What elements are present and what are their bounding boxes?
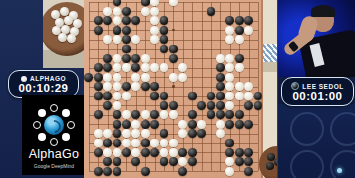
grid-line-v [183, 2, 184, 171]
black-go-stone [94, 73, 103, 82]
black-go-stone [169, 157, 178, 166]
white-go-stone [225, 101, 234, 110]
table-strip [263, 0, 278, 178]
white-go-stone [113, 73, 122, 82]
white-go-stone [178, 63, 187, 72]
white-go-stone [150, 63, 159, 72]
white-go-stone [103, 7, 112, 16]
striped-paper [263, 44, 278, 62]
black-go-stone [131, 110, 140, 119]
white-go-stone [225, 92, 234, 101]
logo-ring-circle [50, 138, 58, 146]
black-go-stone [131, 16, 140, 25]
black-go-stone [94, 110, 103, 119]
left-panel: ALPHAGO 00:10:29 AlphaGo Google DeepMind [0, 0, 85, 178]
black-go-stone [141, 82, 150, 91]
black-go-stone [113, 110, 122, 119]
logo-ring-circle [62, 133, 70, 141]
black-stone-icon [291, 82, 299, 90]
white-go-stone [225, 63, 234, 72]
white-go-stone [169, 139, 178, 148]
white-go-stone [141, 129, 150, 138]
black-go-stone [188, 110, 197, 119]
lee-sedol-badge: LEE SEDOL 00:01:00 [281, 77, 354, 106]
white-go-stone [103, 35, 112, 44]
alphago-swirl-icon [44, 115, 64, 135]
black-go-stone [197, 101, 206, 110]
black-go-stone [94, 167, 103, 176]
black-go-stone [225, 16, 234, 25]
black-go-stone [113, 167, 122, 176]
white-go-stone [160, 63, 169, 72]
black-go-stone [244, 16, 253, 25]
white-go-stone [150, 139, 159, 148]
white-stone-icon [21, 76, 27, 82]
white-go-stone [122, 63, 131, 72]
black-go-stone [113, 120, 122, 129]
black-go-stone [94, 148, 103, 157]
black-go-stone [141, 120, 150, 129]
black-go-stone [94, 16, 103, 25]
white-go-stone [178, 73, 187, 82]
white-go-stone [244, 82, 253, 91]
black-go-stone [207, 7, 216, 16]
white-go-stone [235, 63, 244, 72]
grid-line-v [192, 2, 193, 171]
alphago-logo: AlphaGo Google DeepMind [22, 95, 86, 175]
logo-ring-circle [67, 121, 75, 129]
white-go-stone [141, 63, 150, 72]
white-go-stone [113, 35, 122, 44]
black-go-stone [178, 167, 187, 176]
white-go-stone [131, 129, 140, 138]
white-go-stone [122, 92, 131, 101]
lee-sedol-clock: 00:01:00 [292, 90, 342, 102]
white-go-stone [160, 139, 169, 148]
black-go-stone [103, 54, 112, 63]
black-go-stone [160, 157, 169, 166]
black-go-stone [94, 26, 103, 35]
black-go-stone [160, 45, 169, 54]
black-go-stone [150, 120, 159, 129]
black-go-stone [235, 110, 244, 119]
black-go-stone [244, 167, 253, 176]
white-go-stone [178, 120, 187, 129]
black-go-stone [84, 73, 93, 82]
white-go-stone [150, 35, 159, 44]
black-go-stone [188, 148, 197, 157]
black-go-stone [235, 16, 244, 25]
black-go-stone [113, 157, 122, 166]
black-go-stone [225, 120, 234, 129]
white-go-stone [235, 92, 244, 101]
white-go-stone [150, 26, 159, 35]
white-go-stone [235, 35, 244, 44]
black-go-stone [160, 129, 169, 138]
alphago-badge: ALPHAGO 00:10:29 [8, 70, 79, 98]
black-go-stone [244, 157, 253, 166]
white-go-stone [225, 54, 234, 63]
black-go-stone [169, 54, 178, 63]
black-go-stone [207, 92, 216, 101]
white-go-stone [131, 73, 140, 82]
black-go-stone [150, 92, 159, 101]
black-go-stone [216, 110, 225, 119]
black-go-stone [216, 101, 225, 110]
logo-ring-circle [50, 104, 58, 112]
black-go-stone [188, 129, 197, 138]
white-go-stone [225, 73, 234, 82]
black-stone [266, 162, 274, 170]
deco-circle [330, 150, 355, 178]
lee-sedol-video-feed [278, 0, 355, 77]
grid-line-v [202, 2, 203, 171]
white-go-stone [216, 120, 225, 129]
white-go-stone [113, 16, 122, 25]
white-go-stone [225, 35, 234, 44]
black-go-stone [103, 101, 112, 110]
white-go-stone [178, 157, 187, 166]
white-go-stone [103, 82, 112, 91]
white-go-stone [103, 129, 112, 138]
white-go-stone [141, 54, 150, 63]
white-go-stone [225, 167, 234, 176]
black-go-stone [103, 167, 112, 176]
white-go-stone [131, 35, 140, 44]
black-go-stone [122, 26, 131, 35]
black-go-stone [122, 120, 131, 129]
black-go-stone [216, 82, 225, 91]
logo-ring-circle [38, 109, 46, 117]
deco-panel [278, 104, 355, 178]
white-go-stone [150, 16, 159, 25]
black-go-stone [225, 110, 234, 119]
white-stone [67, 34, 76, 43]
black-go-stone [131, 157, 140, 166]
black-go-stone [141, 139, 150, 148]
logo-subtitle: Google DeepMind [22, 163, 86, 169]
black-go-stone [150, 82, 159, 91]
logo-title: AlphaGo [22, 147, 86, 161]
white-go-stone [141, 110, 150, 119]
white-go-stone [216, 129, 225, 138]
black-go-stone [94, 63, 103, 72]
white-go-stone [103, 148, 112, 157]
player-hair [311, 5, 335, 17]
deco-circle [290, 150, 324, 178]
black-go-stone [216, 63, 225, 72]
black-go-stone [103, 139, 112, 148]
black-go-stone [216, 73, 225, 82]
black-go-stone [160, 16, 169, 25]
black-go-stone [141, 148, 150, 157]
black-go-stone [160, 101, 169, 110]
black-go-stone [103, 63, 112, 72]
white-stone [64, 16, 73, 25]
black-go-stone [235, 148, 244, 157]
black-go-stone [160, 92, 169, 101]
black-go-stone [160, 35, 169, 44]
black-go-stone [103, 92, 112, 101]
white-go-stone [216, 54, 225, 63]
black-go-stone [169, 45, 178, 54]
black-go-stone [103, 16, 112, 25]
black-go-stone [113, 0, 122, 6]
white-go-stone [113, 101, 122, 110]
white-go-stone [169, 73, 178, 82]
black-go-stone [113, 139, 122, 148]
black-go-stone [235, 54, 244, 63]
white-go-stone [225, 26, 234, 35]
lee-sedol-name: LEE SEDOL [302, 83, 343, 90]
white-go-stone [169, 0, 178, 6]
black-go-stone [122, 16, 131, 25]
alphago-clock: 00:10:29 [18, 82, 68, 94]
black-go-stone [122, 45, 131, 54]
black-go-stone [141, 167, 150, 176]
black-go-stone [207, 110, 216, 119]
white-go-stone [178, 129, 187, 138]
white-go-stone [131, 120, 140, 129]
black-go-stone [103, 157, 112, 166]
white-go-stone [131, 148, 140, 157]
grid-line-v [258, 2, 259, 171]
white-go-stone [160, 148, 169, 157]
white-go-stone [103, 73, 112, 82]
black-go-stone [244, 120, 253, 129]
white-go-stone [94, 129, 103, 138]
alphago-name: ALPHAGO [30, 75, 66, 82]
white-go-stone [122, 110, 131, 119]
black-go-stone [131, 63, 140, 72]
white-go-stone [113, 63, 122, 72]
black-go-stone [235, 157, 244, 166]
black-go-stone [94, 92, 103, 101]
white-go-stone [225, 157, 234, 166]
black-go-stone [178, 148, 187, 157]
white-go-stone [141, 7, 150, 16]
white-stone-bowl-photo [43, 0, 85, 68]
black-go-stone [122, 82, 131, 91]
white-go-stone [113, 82, 122, 91]
white-go-stone [94, 139, 103, 148]
white-go-stone [150, 7, 159, 16]
white-go-stone [244, 92, 253, 101]
hoshi-point [172, 85, 175, 88]
black-go-stone [207, 101, 216, 110]
white-go-stone [131, 139, 140, 148]
white-go-stone [113, 54, 122, 63]
white-go-stone [131, 82, 140, 91]
white-go-stone [197, 120, 206, 129]
black-go-stone [244, 148, 253, 157]
white-go-stone [113, 148, 122, 157]
black-go-stone [150, 148, 159, 157]
table-shadow [263, 62, 278, 72]
white-go-stone [113, 7, 122, 16]
black-go-stone [188, 157, 197, 166]
black-go-stone [131, 54, 140, 63]
black-go-stone [94, 82, 103, 91]
white-go-stone [169, 148, 178, 157]
logo-ring-circle [62, 109, 70, 117]
black-go-stone [244, 101, 253, 110]
black-go-stone [150, 110, 159, 119]
white-go-stone [225, 82, 234, 91]
white-go-stone [235, 82, 244, 91]
deco-circle [330, 112, 355, 146]
white-go-stone [150, 0, 159, 6]
black-go-stone [169, 101, 178, 110]
black-go-stone [113, 26, 122, 35]
white-stone [58, 33, 67, 42]
black-go-stone [122, 35, 131, 44]
logo-ring-circle [38, 133, 46, 141]
white-go-stone [122, 139, 131, 148]
white-go-stone [160, 110, 169, 119]
black-go-stone [188, 92, 197, 101]
white-go-stone [169, 110, 178, 119]
black-go-stone [216, 92, 225, 101]
white-go-stone [244, 26, 253, 35]
black-go-stone [160, 26, 169, 35]
white-stone [60, 7, 69, 16]
black-go-stone [225, 139, 234, 148]
black-go-stone [122, 148, 131, 157]
white-go-stone [141, 73, 150, 82]
white-go-stone [122, 129, 131, 138]
white-go-stone [113, 92, 122, 101]
logo-ring-circle [33, 121, 41, 129]
black-go-stone [197, 129, 206, 138]
black-go-stone [113, 129, 122, 138]
black-go-stone [235, 120, 244, 129]
black-go-stone [141, 0, 150, 6]
black-go-stone [188, 120, 197, 129]
black-go-stone [225, 148, 234, 157]
black-go-stone [122, 54, 131, 63]
broadcast-frame: ALPHAGO 00:10:29 AlphaGo Google DeepMind [0, 0, 355, 178]
black-go-stone [122, 7, 131, 16]
glow-dot-icon [337, 168, 342, 173]
black-go-stone [235, 26, 244, 35]
grid-line-v [211, 2, 212, 171]
deco-circle [290, 112, 324, 146]
go-board [84, 0, 263, 178]
